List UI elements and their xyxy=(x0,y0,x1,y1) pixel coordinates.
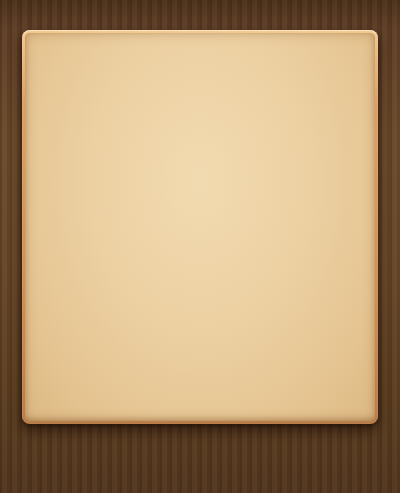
xiangqi-board[interactable] xyxy=(22,30,378,424)
board-surface[interactable] xyxy=(25,33,375,421)
game-screen xyxy=(0,0,400,493)
board-grid xyxy=(25,33,375,421)
